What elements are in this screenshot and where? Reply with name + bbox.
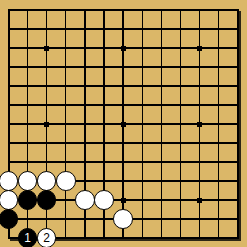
stone-black [18,190,38,210]
star-point [121,198,126,203]
stone-black-move-1: 1 [18,228,38,247]
go-board[interactable]: 12 [8,9,239,239]
grid-line-vertical [180,10,181,238]
stone-white [0,190,18,210]
star-point [197,122,202,127]
star-point [197,46,202,51]
grid-line-horizontal [9,142,238,143]
star-point [44,122,49,127]
star-point [44,46,49,51]
stone-move-number: 2 [43,232,50,244]
grid-line-horizontal [9,161,238,162]
go-diagram: 12 [0,0,247,247]
stone-white [94,190,114,210]
grid-line-vertical [218,10,219,238]
stone-white [0,171,18,191]
stone-white [37,171,57,191]
star-point [197,198,202,203]
grid-line-vertical [161,10,162,238]
star-point [121,122,126,127]
stone-white [56,171,76,191]
stone-white [18,171,38,191]
stone-white-move-2: 2 [37,228,57,247]
stone-white [113,209,133,229]
grid-line-vertical [142,10,143,238]
stone-black [0,209,18,229]
stone-black [37,190,57,210]
stone-white [75,190,95,210]
star-point [121,46,126,51]
stone-move-number: 1 [24,232,31,244]
